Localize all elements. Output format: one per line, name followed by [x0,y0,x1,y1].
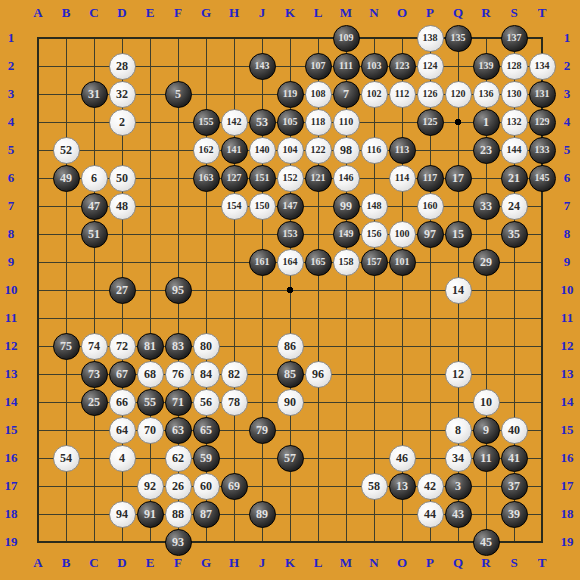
stone-black-53-j4: 53 [249,109,276,136]
move-number: 63 [172,424,184,436]
row-label-left-17: 17 [5,478,18,494]
move-number: 129 [535,117,550,127]
stone-white-40-s15: 40 [501,417,528,444]
col-label-top-q: Q [453,5,463,21]
move-number: 26 [172,480,184,492]
stone-white-86-k12: 86 [277,333,304,360]
stone-black-51-c8: 51 [81,221,108,248]
move-number: 125 [423,117,438,127]
stone-white-72-d12: 72 [109,333,136,360]
move-number: 127 [227,173,242,183]
stone-white-50-d6: 50 [109,165,136,192]
col-label-top-t: T [538,5,547,21]
stone-white-114-o6: 114 [389,165,416,192]
move-number: 56 [200,396,212,408]
col-label-top-j: J [259,5,266,21]
move-number: 29 [480,256,492,268]
move-number: 6 [91,172,97,184]
stone-white-116-n5: 116 [361,137,388,164]
col-label-top-m: M [340,5,352,21]
move-number: 142 [227,117,242,127]
move-number: 111 [339,61,353,71]
col-label-top-c: C [89,5,98,21]
row-label-left-8: 8 [8,226,15,242]
stone-white-110-m4: 110 [333,109,360,136]
stone-white-160-p7: 160 [417,193,444,220]
move-number: 23 [480,144,492,156]
col-label-top-n: N [369,5,378,21]
stone-white-164-k9: 164 [277,249,304,276]
col-label-bottom-b: B [62,555,71,571]
stone-black-125-p4: 125 [417,109,444,136]
stone-white-126-p3: 126 [417,81,444,108]
move-number: 101 [395,257,410,267]
col-label-top-l: L [314,5,323,21]
stone-black-17-q6: 17 [445,165,472,192]
move-number: 78 [228,396,240,408]
stone-black-97-p8: 97 [417,221,444,248]
col-label-bottom-p: P [426,555,434,571]
stone-black-145-t6: 145 [529,165,556,192]
stone-white-148-n7: 148 [361,193,388,220]
stone-black-75-b12: 75 [53,333,80,360]
move-number: 138 [423,33,438,43]
stone-white-142-h4: 142 [221,109,248,136]
stone-white-56-g14: 56 [193,389,220,416]
move-number: 58 [368,480,380,492]
stone-white-132-s4: 132 [501,109,528,136]
move-number: 147 [283,201,298,211]
stone-black-55-e14: 55 [137,389,164,416]
stone-white-150-j7: 150 [249,193,276,220]
stone-black-65-g15: 65 [193,417,220,444]
row-label-left-5: 5 [8,142,15,158]
stone-white-92-e17: 92 [137,473,164,500]
move-number: 33 [480,200,492,212]
stone-black-135-q1: 135 [445,25,472,52]
move-number: 2 [119,116,125,128]
stone-black-27-d10: 27 [109,277,136,304]
move-number: 135 [451,33,466,43]
row-label-left-18: 18 [5,506,18,522]
move-number: 46 [396,452,408,464]
stone-white-4-d16: 4 [109,445,136,472]
row-label-right-5: 5 [564,142,571,158]
move-number: 126 [423,89,438,99]
stone-white-80-g12: 80 [193,333,220,360]
move-number: 24 [508,200,520,212]
move-number: 163 [199,173,214,183]
move-number: 104 [283,145,298,155]
stone-white-146-m6: 146 [333,165,360,192]
row-label-left-9: 9 [8,254,15,270]
stone-white-156-n8: 156 [361,221,388,248]
stone-white-46-o16: 46 [389,445,416,472]
move-number: 98 [340,144,352,156]
stone-white-78-h14: 78 [221,389,248,416]
col-label-bottom-s: S [510,555,517,571]
move-number: 114 [395,173,409,183]
col-label-top-d: D [117,5,126,21]
row-label-right-2: 2 [564,58,571,74]
row-label-left-7: 7 [8,198,15,214]
move-number: 44 [424,508,436,520]
stone-black-9-r15: 9 [473,417,500,444]
move-number: 71 [172,396,184,408]
stone-white-88-f18: 88 [165,501,192,528]
move-number: 12 [452,368,464,380]
move-number: 39 [508,508,520,520]
stone-white-10-r14: 10 [473,389,500,416]
stone-white-140-j5: 140 [249,137,276,164]
move-number: 152 [283,173,298,183]
move-number: 137 [507,33,522,43]
move-number: 136 [479,89,494,99]
col-label-bottom-f: F [174,555,182,571]
row-label-left-12: 12 [5,338,18,354]
stone-white-60-g17: 60 [193,473,220,500]
stone-white-14-q10: 14 [445,277,472,304]
col-label-bottom-t: T [538,555,547,571]
stone-white-128-s2: 128 [501,53,528,80]
stone-black-153-k8: 153 [277,221,304,248]
stone-black-163-g6: 163 [193,165,220,192]
stone-black-5-f3: 5 [165,81,192,108]
move-number: 65 [200,424,212,436]
row-label-left-6: 6 [8,170,15,186]
row-label-right-12: 12 [561,338,574,354]
move-number: 162 [199,145,214,155]
stone-black-101-o9: 101 [389,249,416,276]
move-number: 75 [60,340,72,352]
stone-white-48-d7: 48 [109,193,136,220]
row-label-right-14: 14 [561,394,574,410]
row-label-left-16: 16 [5,450,18,466]
stone-white-120-q3: 120 [445,81,472,108]
move-number: 134 [535,61,550,71]
stone-white-136-r3: 136 [473,81,500,108]
stone-black-49-b6: 49 [53,165,80,192]
move-number: 70 [144,424,156,436]
move-number: 53 [256,116,268,128]
stone-white-98-m5: 98 [333,137,360,164]
move-number: 48 [116,200,128,212]
stone-black-15-q8: 15 [445,221,472,248]
move-number: 151 [255,173,270,183]
stone-black-117-p6: 117 [417,165,444,192]
move-number: 14 [452,284,464,296]
stone-black-119-k3: 119 [277,81,304,108]
move-number: 34 [452,452,464,464]
move-number: 156 [367,229,382,239]
move-number: 11 [480,452,491,464]
move-number: 52 [60,144,72,156]
stone-black-81-e12: 81 [137,333,164,360]
move-number: 5 [175,88,181,100]
move-number: 1 [483,116,489,128]
stone-black-139-r2: 139 [473,53,500,80]
stone-white-130-s3: 130 [501,81,528,108]
move-number: 110 [339,117,353,127]
col-label-bottom-g: G [201,555,211,571]
move-number: 118 [311,117,325,127]
col-label-top-k: K [285,5,295,21]
stone-black-127-h6: 127 [221,165,248,192]
go-kifu-diagram: 1234567891011121314151721232425262728293… [0,0,580,580]
move-number: 102 [367,89,382,99]
move-number: 161 [255,257,270,267]
move-number: 54 [60,452,72,464]
stone-black-23-r5: 23 [473,137,500,164]
move-number: 47 [88,200,100,212]
stone-black-59-g16: 59 [193,445,220,472]
stone-black-29-r9: 29 [473,249,500,276]
move-number: 84 [200,368,212,380]
move-number: 113 [395,145,409,155]
move-number: 153 [283,229,298,239]
move-number: 80 [200,340,212,352]
move-number: 43 [452,508,464,520]
stone-black-3-q17: 3 [445,473,472,500]
stone-black-33-r7: 33 [473,193,500,220]
move-number: 146 [339,173,354,183]
stone-white-34-q16: 34 [445,445,472,472]
row-label-left-14: 14 [5,394,18,410]
move-number: 10 [480,396,492,408]
stone-black-73-c13: 73 [81,361,108,388]
move-number: 41 [508,452,520,464]
move-number: 31 [88,88,100,100]
row-label-right-16: 16 [561,450,574,466]
move-number: 120 [451,89,466,99]
move-number: 99 [340,200,352,212]
col-label-top-r: R [481,5,490,21]
stone-black-147-k7: 147 [277,193,304,220]
stone-black-37-s17: 37 [501,473,528,500]
move-number: 27 [116,284,128,296]
move-number: 66 [116,396,128,408]
stone-black-87-g18: 87 [193,501,220,528]
stone-black-131-t3: 131 [529,81,556,108]
move-number: 117 [423,173,437,183]
move-number: 4 [119,452,125,464]
stone-black-7-m3: 7 [333,81,360,108]
move-number: 83 [172,340,184,352]
move-number: 164 [283,257,298,267]
stone-white-102-n3: 102 [361,81,388,108]
move-number: 145 [535,173,550,183]
stone-black-89-j18: 89 [249,501,276,528]
stone-black-83-f12: 83 [165,333,192,360]
move-number: 132 [507,117,522,127]
row-label-left-1: 1 [8,30,15,46]
stone-white-158-m9: 158 [333,249,360,276]
move-number: 133 [535,145,550,155]
stone-white-8-q15: 8 [445,417,472,444]
move-number: 128 [507,61,522,71]
row-label-right-11: 11 [561,310,573,326]
stone-white-138-p1: 138 [417,25,444,52]
move-number: 21 [508,172,520,184]
move-number: 3 [455,480,461,492]
stone-white-76-f13: 76 [165,361,192,388]
stone-black-39-s18: 39 [501,501,528,528]
row-label-left-13: 13 [5,366,18,382]
move-number: 116 [367,145,381,155]
move-number: 103 [367,61,382,71]
move-number: 81 [144,340,156,352]
move-number: 119 [283,89,297,99]
stone-black-133-t5: 133 [529,137,556,164]
move-number: 94 [116,508,128,520]
row-label-left-3: 3 [8,86,15,102]
stone-black-21-s6: 21 [501,165,528,192]
stone-white-104-k5: 104 [277,137,304,164]
move-number: 88 [172,508,184,520]
col-label-top-e: E [146,5,155,21]
col-label-bottom-h: H [229,555,239,571]
move-number: 130 [507,89,522,99]
move-number: 122 [311,145,326,155]
move-number: 25 [88,396,100,408]
move-number: 13 [396,480,408,492]
move-number: 92 [144,480,156,492]
stone-white-112-o3: 112 [389,81,416,108]
stone-white-152-k6: 152 [277,165,304,192]
stone-black-141-h5: 141 [221,137,248,164]
col-label-bottom-r: R [481,555,490,571]
stone-white-118-l4: 118 [305,109,332,136]
move-number: 158 [339,257,354,267]
stone-black-69-h17: 69 [221,473,248,500]
row-label-right-13: 13 [561,366,574,382]
col-label-bottom-n: N [369,555,378,571]
stone-black-165-l9: 165 [305,249,332,276]
stone-black-45-r19: 45 [473,529,500,556]
stone-white-144-s5: 144 [501,137,528,164]
move-number: 69 [228,480,240,492]
col-label-top-b: B [62,5,71,21]
move-number: 50 [116,172,128,184]
stone-white-84-g13: 84 [193,361,220,388]
go-board[interactable]: 1234567891011121314151721232425262728293… [0,0,580,580]
col-label-top-h: H [229,5,239,21]
stone-white-108-l3: 108 [305,81,332,108]
move-number: 97 [424,228,436,240]
move-number: 149 [339,229,354,239]
move-number: 57 [284,452,296,464]
move-number: 144 [507,145,522,155]
stone-white-52-b5: 52 [53,137,80,164]
stone-black-105-k4: 105 [277,109,304,136]
move-number: 73 [88,368,100,380]
stone-black-99-m7: 99 [333,193,360,220]
row-label-left-19: 19 [5,534,18,550]
move-number: 93 [172,536,184,548]
stone-black-57-k16: 57 [277,445,304,472]
move-number: 131 [535,89,550,99]
move-number: 165 [311,257,326,267]
col-label-top-f: F [174,5,182,21]
move-number: 28 [116,60,128,72]
move-number: 72 [116,340,128,352]
col-label-bottom-e: E [146,555,155,571]
move-number: 124 [423,61,438,71]
stone-black-111-m2: 111 [333,53,360,80]
stone-white-90-k14: 90 [277,389,304,416]
star-point-k10 [287,287,293,293]
stone-black-109-m1: 109 [333,25,360,52]
stone-white-82-h13: 82 [221,361,248,388]
col-label-bottom-j: J [259,555,266,571]
col-label-top-g: G [201,5,211,21]
row-label-right-7: 7 [564,198,571,214]
stone-black-143-j2: 143 [249,53,276,80]
move-number: 89 [256,508,268,520]
move-number: 32 [116,88,128,100]
stone-black-31-c3: 31 [81,81,108,108]
stone-white-100-o8: 100 [389,221,416,248]
stone-black-121-l6: 121 [305,165,332,192]
col-label-bottom-d: D [117,555,126,571]
stone-black-137-s1: 137 [501,25,528,52]
row-label-right-8: 8 [564,226,571,242]
move-number: 7 [343,88,349,100]
stone-black-157-n9: 157 [361,249,388,276]
stone-white-6-c6: 6 [81,165,108,192]
move-number: 82 [228,368,240,380]
col-label-bottom-m: M [340,555,352,571]
move-number: 8 [455,424,461,436]
stone-black-11-r16: 11 [473,445,500,472]
move-number: 35 [508,228,520,240]
stone-black-43-q18: 43 [445,501,472,528]
row-label-right-15: 15 [561,422,574,438]
move-number: 15 [452,228,464,240]
col-label-bottom-a: A [33,555,42,571]
stone-white-54-b16: 54 [53,445,80,472]
stone-white-74-c12: 74 [81,333,108,360]
stone-black-93-f19: 93 [165,529,192,556]
star-point-q4 [455,119,461,125]
stone-white-68-e13: 68 [137,361,164,388]
row-label-right-17: 17 [561,478,574,494]
move-number: 68 [144,368,156,380]
stone-white-58-n17: 58 [361,473,388,500]
stone-black-25-c14: 25 [81,389,108,416]
stone-white-44-p18: 44 [417,501,444,528]
stone-white-24-s7: 24 [501,193,528,220]
stone-black-95-f10: 95 [165,277,192,304]
move-number: 64 [116,424,128,436]
move-number: 155 [199,117,214,127]
stone-white-42-p17: 42 [417,473,444,500]
stone-white-66-d14: 66 [109,389,136,416]
stone-white-162-g5: 162 [193,137,220,164]
move-number: 91 [144,508,156,520]
move-number: 51 [88,228,100,240]
move-number: 60 [200,480,212,492]
move-number: 140 [255,145,270,155]
move-number: 100 [395,229,410,239]
stone-white-122-l5: 122 [305,137,332,164]
move-number: 86 [284,340,296,352]
col-label-bottom-k: K [285,555,295,571]
stone-white-62-f16: 62 [165,445,192,472]
move-number: 123 [395,61,410,71]
stone-black-63-f15: 63 [165,417,192,444]
stone-black-79-j15: 79 [249,417,276,444]
